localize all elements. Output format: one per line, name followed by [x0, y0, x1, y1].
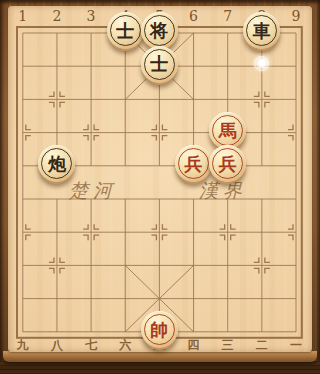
piece-character: 炮 [48, 154, 66, 172]
piece-character: 兵 [184, 154, 202, 172]
piece-character: 車 [253, 21, 271, 39]
piece-red-general[interactable]: 帥 [141, 311, 178, 348]
piece-black-cannon[interactable]: 炮 [38, 145, 75, 182]
piece-character: 兵 [219, 154, 237, 172]
piece-character: 士 [116, 21, 134, 39]
piece-black-advisor[interactable]: 士 [141, 46, 178, 83]
piece-black-chariot[interactable]: 車 [243, 12, 280, 49]
piece-grid: 士将車士馬炮兵兵帥 [6, 16, 313, 348]
piece-red-horse[interactable]: 馬 [209, 112, 246, 149]
piece-red-soldier[interactable]: 兵 [175, 145, 212, 182]
piece-black-general[interactable]: 将 [141, 12, 178, 49]
piece-character: 士 [150, 55, 168, 73]
piece-character: 馬 [219, 121, 237, 139]
piece-character: 将 [150, 21, 168, 39]
xiangqi-app-window: 123456789 九八七六五四三二一 楚河 漢界 士将車士馬炮兵兵帥 [0, 0, 320, 374]
wood-frame-bottom [0, 361, 320, 374]
piece-red-soldier[interactable]: 兵 [209, 145, 246, 182]
piece-character: 帥 [150, 320, 168, 338]
piece-black-advisor[interactable]: 士 [107, 12, 144, 49]
xiangqi-board: 123456789 九八七六五四三二一 楚河 漢界 士将車士馬炮兵兵帥 [8, 6, 312, 352]
